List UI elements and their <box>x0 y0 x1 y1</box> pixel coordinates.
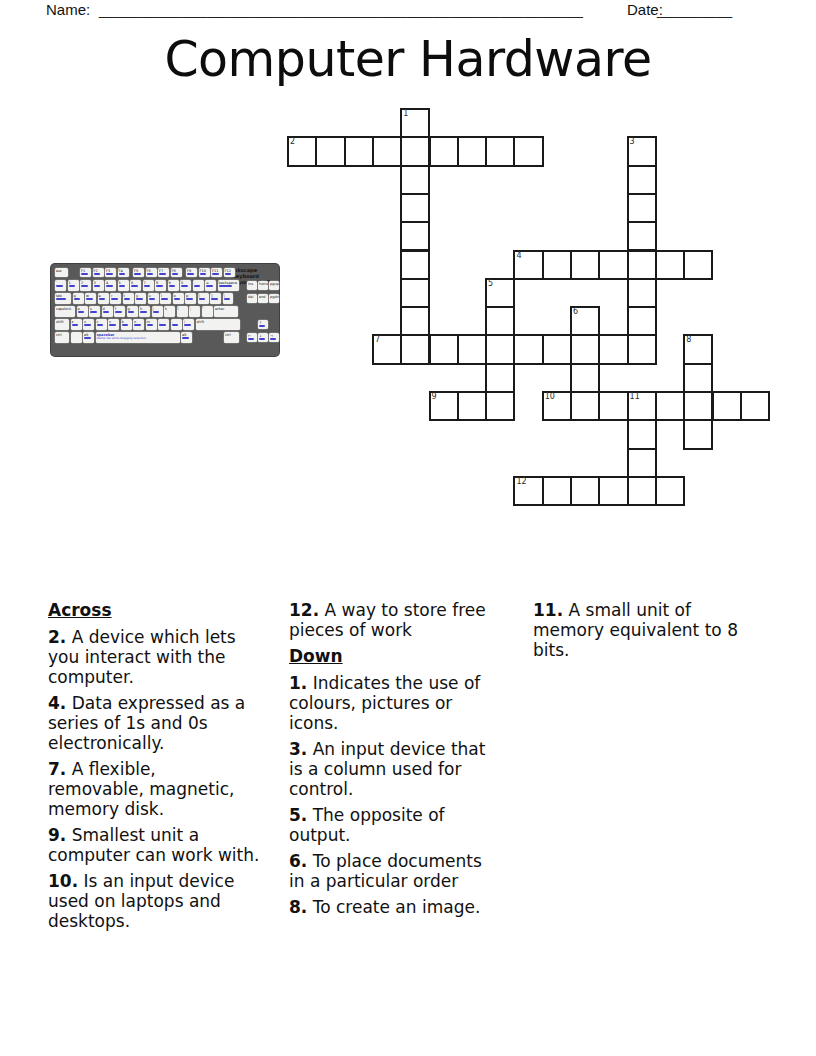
across-header: Across <box>48 600 281 621</box>
keyboard-key: end <box>258 294 268 303</box>
grid-cell-r11c14[interactable] <box>683 419 713 449</box>
grid-cell-r9c10[interactable] <box>570 363 600 393</box>
clue-down-8: 8. To create an image. <box>289 897 522 917</box>
grid-cell-r5c14[interactable] <box>683 250 713 280</box>
keyboard-key: pgup <box>269 281 279 290</box>
keyboard-key: j <box>152 306 163 317</box>
keyboard-key: ` <box>55 280 66 291</box>
grid-cell-r9c14[interactable] <box>683 363 713 393</box>
keyboard-key: pgdn <box>269 294 279 303</box>
keyboard-key: e <box>98 293 109 304</box>
grid-cell-r10c6[interactable] <box>457 391 487 421</box>
keyboard-key: ] <box>210 293 221 304</box>
grid-cell-r10c16[interactable] <box>740 391 770 421</box>
keyboard-key: F8 <box>171 268 182 277</box>
grid-cell-r4c12[interactable] <box>627 221 657 251</box>
keyboard-key: ↑ <box>258 320 268 329</box>
keyboard-key: u <box>148 293 159 304</box>
name-label: Name: <box>46 1 90 18</box>
keyboard-key: l <box>177 306 188 317</box>
clue-across-12: 12. A way to store free pieces of work <box>289 600 522 640</box>
down-header: Down <box>289 646 522 667</box>
grid-cell-r8c10[interactable] <box>570 334 600 364</box>
keyboard-key: 5 <box>118 280 129 291</box>
keyboard-key: F7 <box>158 268 169 277</box>
keyboard-key: del <box>247 294 257 303</box>
clue-column-3: 11. A small unit of memory equivalent to… <box>533 597 766 666</box>
grid-cell-r1c4[interactable] <box>400 136 430 166</box>
grid-cell-r1c7[interactable] <box>485 136 515 166</box>
keyboard-key: - <box>193 280 204 291</box>
keyboard-key: m <box>146 319 157 330</box>
clue-down-11: 11. A small unit of memory equivalent to… <box>533 600 766 660</box>
grid-cell-r8c7[interactable] <box>485 334 515 364</box>
clue-number: 10 <box>545 392 555 401</box>
worksheet-page: Name: __________________________________… <box>0 0 816 1056</box>
keyboard-key: q <box>73 293 84 304</box>
keyboard-key: ' <box>202 306 213 317</box>
keyboard-key: h <box>139 306 150 317</box>
keyboard-key: alt <box>83 332 94 343</box>
clue-number: 5 <box>488 279 493 288</box>
grid-cell-r8c6[interactable] <box>457 334 487 364</box>
keyboard-key: ← <box>247 333 257 342</box>
keyboard-key: F12 <box>224 268 235 277</box>
grid-cell-r7c12[interactable] <box>627 306 657 336</box>
grid-cell-r8c12[interactable] <box>627 334 657 364</box>
keyboard-key: 6 <box>130 280 141 291</box>
grid-cell-r2c12[interactable] <box>627 165 657 195</box>
keyboard-key: o <box>173 293 184 304</box>
clue-number: 1 <box>403 109 408 118</box>
grid-cell-r4c4[interactable] <box>400 221 430 251</box>
grid-cell-r5c12[interactable] <box>627 250 657 280</box>
grid-cell-r13c10[interactable] <box>570 476 600 506</box>
grid-cell-r13c12[interactable] <box>627 476 657 506</box>
keyboard-key: g <box>127 306 138 317</box>
keyboard-key: F11 <box>211 268 222 277</box>
clue-number: 11 <box>630 392 640 401</box>
grid-cell-r13c8[interactable]: 12 <box>513 476 543 506</box>
clue-down-1: 1. Indicates the use of colours, picture… <box>289 673 522 733</box>
clue-number: 2 <box>290 137 295 146</box>
keyboard-key: p <box>185 293 196 304</box>
keyboard-key: y <box>135 293 146 304</box>
clue-across-9: 9. Smallest unit a computer can work wit… <box>48 825 281 865</box>
grid-cell-r13c9[interactable] <box>542 476 572 506</box>
keyboard-key: ctrl <box>224 332 239 343</box>
page-title: Computer Hardware <box>0 32 816 88</box>
grid-cell-r1c3[interactable] <box>372 136 402 166</box>
keyboard-caption-line1: Inkscape Keyboard <box>232 267 277 279</box>
keyboard-key: F6 <box>146 268 157 277</box>
keyboard-key: s <box>89 306 100 317</box>
grid-cell-r3c4[interactable] <box>400 193 430 223</box>
keyboard-key: . <box>171 319 182 330</box>
keyboard-key: / <box>183 319 194 330</box>
clue-across-2: 2. A device which lets you interact with… <box>48 627 281 687</box>
keyboard-key: \ <box>223 293 233 304</box>
grid-cell-r8c4[interactable] <box>400 334 430 364</box>
clue-down-3: 3. An input device that is a column used… <box>289 739 522 799</box>
grid-cell-r8c8[interactable] <box>513 334 543 364</box>
clue-number: 6 <box>573 307 578 316</box>
clue-column-1: Across2. A device which lets you interac… <box>48 597 281 937</box>
grid-cell-r9c7[interactable] <box>485 363 515 393</box>
keyboard-key: 8 <box>155 280 166 291</box>
keyboard-clipart-image: Inkscape Keyboard Layout: v0.47 escF1F2F… <box>51 264 279 356</box>
keyboard-key: spacebarstamp like while dragging select… <box>96 332 180 343</box>
clue-number: 3 <box>630 137 635 146</box>
keyboard-key: [ <box>198 293 209 304</box>
grid-cell-r8c14[interactable]: 8 <box>683 334 713 364</box>
grid-cell-r1c8[interactable] <box>513 136 543 166</box>
grid-cell-r5c10[interactable] <box>570 250 600 280</box>
clue-number: 4 <box>516 251 521 260</box>
grid-cell-r10c12[interactable]: 11 <box>627 391 657 421</box>
grid-cell-r5c13[interactable] <box>655 250 685 280</box>
keyboard-key: 1 <box>68 280 79 291</box>
clue-number: 9 <box>432 392 437 401</box>
keyboard-key: v <box>108 319 119 330</box>
keyboard-key: , <box>158 319 169 330</box>
keyboard-key: tab <box>55 293 71 304</box>
grid-cell-r13c13[interactable] <box>655 476 685 506</box>
date-blank-line: _________ <box>657 1 732 18</box>
grid-cell-r3c12[interactable] <box>627 193 657 223</box>
grid-cell-r7c7[interactable] <box>485 306 515 336</box>
keyboard-key: 0 <box>180 280 191 291</box>
grid-cell-r12c12[interactable] <box>627 448 657 478</box>
keyboard-key: z <box>71 319 82 330</box>
grid-cell-r10c10[interactable] <box>570 391 600 421</box>
keyboard-key: f <box>114 306 125 317</box>
keyboard-key: 7 <box>143 280 154 291</box>
keyboard-key: home <box>258 281 268 290</box>
grid-cell-r7c4[interactable] <box>400 306 430 336</box>
grid-cell-r10c13[interactable] <box>655 391 685 421</box>
grid-cell-r6c7[interactable]: 5 <box>485 278 515 308</box>
keyboard-key: d <box>102 306 113 317</box>
keyboard-key: F2 <box>93 268 104 277</box>
keyboard-key: ↓ <box>258 333 268 342</box>
keyboard-key: ctrl <box>55 332 69 343</box>
keyboard-key: 9 <box>168 280 179 291</box>
clue-across-4: 4. Data expressed as a series of 1s and … <box>48 693 281 753</box>
grid-cell-r6c12[interactable] <box>627 278 657 308</box>
grid-cell-r1c0[interactable]: 2 <box>287 136 317 166</box>
grid-cell-r10c9[interactable]: 10 <box>542 391 572 421</box>
grid-cell-r10c5[interactable]: 9 <box>429 391 459 421</box>
keyboard-key: backspace <box>218 280 239 291</box>
keyboard-key: shift <box>196 319 240 330</box>
grid-cell-r1c5[interactable] <box>429 136 459 166</box>
keyboard-key: b <box>121 319 132 330</box>
keyboard-key: → <box>269 333 279 342</box>
grid-cell-r1c6[interactable] <box>457 136 487 166</box>
keyboard-key: t <box>123 293 134 304</box>
grid-cell-r1c2[interactable] <box>344 136 374 166</box>
grid-cell-r1c12[interactable]: 3 <box>627 136 657 166</box>
grid-cell-r13c11[interactable] <box>598 476 628 506</box>
keyboard-key: enter <box>214 306 238 317</box>
grid-cell-r10c15[interactable] <box>712 391 742 421</box>
clue-column-2: 12. A way to store free pieces of workDo… <box>289 597 522 923</box>
keyboard-key: alt <box>181 332 192 343</box>
keyboard-key: ; <box>189 306 200 317</box>
grid-cell-r8c11[interactable] <box>598 334 628 364</box>
keyboard-key: w <box>85 293 96 304</box>
grid-cell-r7c10[interactable]: 6 <box>570 306 600 336</box>
keyboard-key: ins <box>247 281 257 290</box>
grid-cell-r2c4[interactable] <box>400 165 430 195</box>
keyboard-key <box>71 332 82 343</box>
keyboard-key: capslock <box>55 306 75 317</box>
clue-number: 8 <box>686 335 691 344</box>
keyboard-key: F10 <box>199 268 210 277</box>
grid-cell-r1c1[interactable] <box>315 136 345 166</box>
grid-cell-r8c3[interactable]: 7 <box>372 334 402 364</box>
keyboard-key: esc <box>55 268 68 277</box>
clue-number: 12 <box>516 477 526 486</box>
keyboard-key: F5 <box>133 268 144 277</box>
keyboard-key: F9 <box>186 268 197 277</box>
keyboard-key: F1 <box>80 268 91 277</box>
grid-cell-r10c7[interactable] <box>485 391 515 421</box>
keyboard-key: i <box>160 293 171 304</box>
keyboard-key: 3 <box>93 280 104 291</box>
keyboard-key: x <box>83 319 94 330</box>
grid-cell-r10c14[interactable] <box>683 391 713 421</box>
grid-cell-r5c11[interactable] <box>598 250 628 280</box>
grid-cell-r5c8[interactable]: 4 <box>513 250 543 280</box>
grid-cell-r10c11[interactable] <box>598 391 628 421</box>
crossword-grid: 123456789101112 <box>287 108 771 507</box>
keyboard-key: n <box>133 319 144 330</box>
keyboard-key: F3 <box>105 268 116 277</box>
grid-cell-r5c9[interactable] <box>542 250 572 280</box>
keyboard-key: k <box>164 306 175 317</box>
grid-cell-r8c9[interactable] <box>542 334 572 364</box>
keyboard-key: 2 <box>80 280 91 291</box>
clue-across-10: 10. Is an input device used on laptops a… <box>48 871 281 931</box>
keyboard-key: F4 <box>118 268 129 277</box>
grid-cell-r11c12[interactable] <box>627 419 657 449</box>
keyboard-key: = <box>205 280 216 291</box>
name-blank-line: ________________________________________… <box>99 1 583 18</box>
keyboard-key: 4 <box>105 280 116 291</box>
clue-down-5: 5. The opposite of output. <box>289 805 522 845</box>
clue-down-6: 6. To place documents in a particular or… <box>289 851 522 891</box>
keyboard-key: c <box>96 319 107 330</box>
grid-cell-r0c4[interactable]: 1 <box>400 108 430 138</box>
clue-number: 7 <box>375 335 380 344</box>
keyboard-key: r <box>110 293 121 304</box>
grid-cell-r8c5[interactable] <box>429 334 459 364</box>
keyboard-key: a <box>77 306 88 317</box>
grid-cell-r5c4[interactable] <box>400 250 430 280</box>
keyboard-key: shift <box>55 319 69 330</box>
grid-cell-r6c4[interactable] <box>400 278 430 308</box>
clue-across-7: 7. A flexible, removable, magnetic, memo… <box>48 759 281 819</box>
